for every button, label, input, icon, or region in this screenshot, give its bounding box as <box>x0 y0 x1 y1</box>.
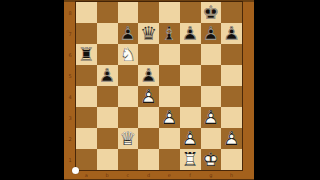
square-e4[interactable] <box>159 86 180 107</box>
square-g1[interactable]: ♚♔ <box>201 149 222 170</box>
piece-white-pawn-outline: ♙ <box>180 128 201 149</box>
square-f3[interactable] <box>180 107 201 128</box>
square-g5[interactable] <box>201 65 222 86</box>
square-g8[interactable]: ♚♔ <box>201 2 222 23</box>
square-f2[interactable]: ♟♙ <box>180 128 201 149</box>
piece-white-pawn-outline: ♙ <box>201 107 222 128</box>
square-d4[interactable]: ♟♙ <box>138 86 159 107</box>
square-d2[interactable] <box>138 128 159 149</box>
file-label-c: c <box>118 170 139 180</box>
square-f1[interactable]: ♜♖ <box>180 149 201 170</box>
letterbox-left <box>0 0 64 180</box>
piece-white-king-outline: ♔ <box>201 149 222 170</box>
file-label-b: b <box>97 170 118 180</box>
square-h6[interactable] <box>221 44 242 65</box>
square-a1[interactable] <box>76 149 97 170</box>
rank-label-2: 2 <box>64 128 76 149</box>
rank-label-7: 7 <box>64 23 76 44</box>
piece-black-queen-outline: ♕ <box>138 23 159 44</box>
video-frame: 87654321 abcdefgh ♚♔♟♙♛♕♝♗♟♙♟♙♟♙♜♖♞♘♟♙♟♙… <box>0 0 320 180</box>
piece-white-queen-outline: ♕ <box>118 128 139 149</box>
file-label-g: g <box>201 170 222 180</box>
piece-black-pawn-outline: ♙ <box>180 23 201 44</box>
square-a7[interactable] <box>76 23 97 44</box>
piece-black-pawn: ♟ <box>201 23 222 44</box>
square-h3[interactable] <box>221 107 242 128</box>
piece-black-pawn-outline: ♙ <box>201 23 222 44</box>
piece-white-pawn: ♟ <box>138 86 159 107</box>
square-h5[interactable] <box>221 65 242 86</box>
file-label-d: d <box>138 170 159 180</box>
board-squares: ♚♔♟♙♛♕♝♗♟♙♟♙♟♙♜♖♞♘♟♙♟♙♟♙♟♙♟♙♛♕♟♙♟♙♜♖♚♔ <box>76 2 242 170</box>
square-b1[interactable] <box>97 149 118 170</box>
piece-black-pawn-outline: ♙ <box>118 23 139 44</box>
square-b8[interactable] <box>97 2 118 23</box>
square-f8[interactable] <box>180 2 201 23</box>
piece-black-king: ♚ <box>201 2 222 23</box>
square-b2[interactable] <box>97 128 118 149</box>
piece-black-pawn-outline: ♙ <box>138 65 159 86</box>
piece-black-king-outline: ♔ <box>201 2 222 23</box>
square-b6[interactable] <box>97 44 118 65</box>
rank-label-3: 3 <box>64 107 76 128</box>
square-c7[interactable]: ♟♙ <box>118 23 139 44</box>
piece-black-pawn: ♟ <box>221 23 242 44</box>
square-a4[interactable] <box>76 86 97 107</box>
square-a2[interactable] <box>76 128 97 149</box>
rank-label-8: 8 <box>64 2 76 23</box>
square-e3[interactable]: ♟♙ <box>159 107 180 128</box>
piece-black-pawn-outline: ♙ <box>221 23 242 44</box>
square-e5[interactable] <box>159 65 180 86</box>
square-c3[interactable] <box>118 107 139 128</box>
square-a3[interactable] <box>76 107 97 128</box>
square-g3[interactable]: ♟♙ <box>201 107 222 128</box>
square-h7[interactable]: ♟♙ <box>221 23 242 44</box>
piece-white-pawn-outline: ♙ <box>159 107 180 128</box>
piece-black-bishop-outline: ♗ <box>159 23 180 44</box>
square-e7[interactable]: ♝♗ <box>159 23 180 44</box>
piece-black-pawn-outline: ♙ <box>97 65 118 86</box>
file-coordinates: abcdefgh <box>76 170 242 180</box>
file-label-f: f <box>180 170 201 180</box>
piece-black-bishop: ♝ <box>159 23 180 44</box>
square-c4[interactable] <box>118 86 139 107</box>
piece-white-rook-outline: ♖ <box>180 149 201 170</box>
square-d6[interactable] <box>138 44 159 65</box>
piece-white-pawn: ♟ <box>201 107 222 128</box>
square-f4[interactable] <box>180 86 201 107</box>
square-b7[interactable] <box>97 23 118 44</box>
square-f6[interactable] <box>180 44 201 65</box>
piece-white-knight-outline: ♘ <box>118 44 139 65</box>
piece-white-knight: ♞ <box>118 44 139 65</box>
square-a5[interactable] <box>76 65 97 86</box>
square-g6[interactable] <box>201 44 222 65</box>
square-g4[interactable] <box>201 86 222 107</box>
square-f7[interactable]: ♟♙ <box>180 23 201 44</box>
square-d7[interactable]: ♛♕ <box>138 23 159 44</box>
square-a6[interactable]: ♜♖ <box>76 44 97 65</box>
square-b4[interactable] <box>97 86 118 107</box>
square-a8[interactable] <box>76 2 97 23</box>
square-b3[interactable] <box>97 107 118 128</box>
piece-black-pawn: ♟ <box>180 23 201 44</box>
square-d1[interactable] <box>138 149 159 170</box>
piece-white-king: ♚ <box>201 149 222 170</box>
square-h2[interactable]: ♟♙ <box>221 128 242 149</box>
piece-black-pawn: ♟ <box>97 65 118 86</box>
piece-black-pawn: ♟ <box>138 65 159 86</box>
file-label-e: e <box>159 170 180 180</box>
piece-black-pawn: ♟ <box>118 23 139 44</box>
rank-label-4: 4 <box>64 86 76 107</box>
square-d5[interactable]: ♟♙ <box>138 65 159 86</box>
square-h4[interactable] <box>221 86 242 107</box>
square-e6[interactable] <box>159 44 180 65</box>
piece-white-pawn: ♟ <box>221 128 242 149</box>
letterbox-right <box>254 0 320 180</box>
square-g2[interactable] <box>201 128 222 149</box>
white-to-move-indicator <box>72 167 79 174</box>
file-label-h: h <box>221 170 242 180</box>
square-b5[interactable]: ♟♙ <box>97 65 118 86</box>
square-h8[interactable] <box>221 2 242 23</box>
square-c5[interactable] <box>118 65 139 86</box>
chess-board: 87654321 abcdefgh ♚♔♟♙♛♕♝♗♟♙♟♙♟♙♜♖♞♘♟♙♟♙… <box>64 0 254 180</box>
piece-black-rook: ♜ <box>76 44 97 65</box>
rank-coordinates: 87654321 <box>64 2 76 170</box>
piece-black-queen: ♛ <box>138 23 159 44</box>
square-d3[interactable] <box>138 107 159 128</box>
rank-label-6: 6 <box>64 44 76 65</box>
piece-white-pawn-outline: ♙ <box>221 128 242 149</box>
piece-white-queen: ♛ <box>118 128 139 149</box>
square-g7[interactable]: ♟♙ <box>201 23 222 44</box>
square-c6[interactable]: ♞♘ <box>118 44 139 65</box>
square-d8[interactable] <box>138 2 159 23</box>
square-e8[interactable] <box>159 2 180 23</box>
square-c8[interactable] <box>118 2 139 23</box>
square-c1[interactable] <box>118 149 139 170</box>
square-c2[interactable]: ♛♕ <box>118 128 139 149</box>
piece-white-pawn: ♟ <box>159 107 180 128</box>
piece-white-rook: ♜ <box>180 149 201 170</box>
square-h1[interactable] <box>221 149 242 170</box>
piece-white-pawn-outline: ♙ <box>138 86 159 107</box>
rank-label-5: 5 <box>64 65 76 86</box>
file-label-a: a <box>76 170 97 180</box>
piece-black-rook-outline: ♖ <box>76 44 97 65</box>
square-f5[interactable] <box>180 65 201 86</box>
square-e1[interactable] <box>159 149 180 170</box>
piece-white-pawn: ♟ <box>180 128 201 149</box>
square-e2[interactable] <box>159 128 180 149</box>
